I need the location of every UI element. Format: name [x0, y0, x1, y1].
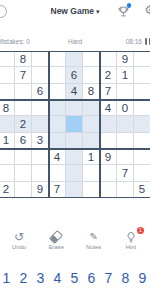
pencil-icon: ✎ [89, 231, 97, 243]
cell-r7c1[interactable] [0, 149, 15, 165]
toolbar: ↺ Undo Erase ✎ Notes Hint 1 [0, 230, 150, 250]
cell-r9c7[interactable] [100, 182, 117, 198]
numpad-1[interactable]: 1 [0, 267, 15, 289]
chevron-down-icon: ▾ [96, 8, 100, 15]
pause-icon[interactable] [145, 38, 150, 46]
cell-r8c6[interactable] [83, 165, 100, 181]
cell-r9c3[interactable]: 9 [32, 182, 49, 198]
cell-r8c7[interactable] [100, 165, 117, 181]
cell-r1c8[interactable]: 9 [117, 51, 134, 67]
cell-r6c9[interactable] [134, 133, 150, 149]
cell-r5c8[interactable] [117, 116, 134, 132]
trophy-button[interactable] [117, 4, 130, 17]
cell-r2c6[interactable] [83, 67, 100, 83]
cell-r2c8[interactable]: 1 [117, 67, 134, 83]
box-line [0, 197, 150, 198]
erase-button[interactable]: Erase [43, 230, 69, 250]
cell-r3c7[interactable]: 7 [100, 84, 117, 100]
sudoku-board: 8976216487840216341972975 [0, 51, 150, 198]
cell-r7c8[interactable] [117, 149, 134, 165]
cell-r7c9[interactable] [134, 149, 150, 165]
cell-r3c9[interactable] [134, 84, 150, 100]
undo-icon: ↺ [14, 231, 24, 243]
cell-r8c2[interactable] [15, 165, 32, 181]
status-bar: Mistakes: 0 Hard 08:16 [0, 38, 150, 48]
numpad-7[interactable]: 7 [100, 267, 117, 289]
cell-r6c5[interactable] [66, 133, 83, 149]
cell-r8c5[interactable] [66, 165, 83, 181]
cell-r5c1[interactable] [0, 116, 15, 132]
cell-r7c5[interactable] [66, 149, 83, 165]
cell-r4c4[interactable] [49, 100, 66, 116]
cell-r5c9[interactable] [134, 116, 150, 132]
cell-r9c8[interactable] [117, 182, 134, 198]
hint-button[interactable]: Hint 1 [118, 230, 144, 250]
hint-label: Hint [126, 244, 136, 250]
cell-r3c4[interactable] [49, 84, 66, 100]
cell-r9c6[interactable] [83, 182, 100, 198]
cell-r6c8[interactable] [117, 133, 134, 149]
cell-r4c9[interactable] [134, 100, 150, 116]
cell-r4c7[interactable]: 4 [100, 100, 117, 116]
cell-r6c1[interactable]: 1 [0, 133, 15, 149]
cell-r6c7[interactable] [100, 133, 117, 149]
cell-r2c3[interactable] [32, 67, 49, 83]
cell-r3c3[interactable]: 6 [32, 84, 49, 100]
cell-r4c6[interactable] [83, 100, 100, 116]
cell-r3c2[interactable] [15, 84, 32, 100]
cell-r6c6[interactable] [83, 133, 100, 149]
hint-badge: 1 [137, 227, 144, 234]
cell-r5c3[interactable] [32, 116, 49, 132]
cell-r8c9[interactable] [134, 165, 150, 181]
box-line [0, 51, 150, 52]
cell-r1c9[interactable] [134, 51, 150, 67]
numpad-6[interactable]: 6 [83, 267, 100, 289]
undo-label: Undo [12, 244, 26, 250]
cell-r9c4[interactable]: 7 [49, 182, 66, 198]
cell-r4c2[interactable] [15, 100, 32, 116]
cell-r6c2[interactable]: 6 [15, 133, 32, 149]
cell-r1c6[interactable] [83, 51, 100, 67]
notes-button[interactable]: ✎ Notes [81, 230, 107, 250]
cell-r3c6[interactable]: 8 [83, 84, 100, 100]
cell-r5c4[interactable] [49, 116, 66, 132]
box-line [0, 99, 150, 100]
cell-r8c4[interactable] [49, 165, 66, 181]
notification-badge [127, 3, 132, 8]
erase-label: Erase [49, 244, 64, 250]
cell-r9c5[interactable] [66, 182, 83, 198]
page-title: New Game [51, 6, 94, 16]
cell-r2c4[interactable] [49, 67, 66, 83]
cell-r3c5[interactable]: 4 [66, 84, 83, 100]
lightbulb-icon [125, 231, 137, 243]
cell-r1c4[interactable] [49, 51, 66, 67]
numpad-3[interactable]: 3 [32, 267, 49, 289]
cell-r9c1[interactable]: 2 [0, 182, 15, 198]
box-line [48, 51, 49, 198]
cell-r1c5[interactable] [66, 51, 83, 67]
cell-r7c7[interactable]: 9 [100, 149, 117, 165]
timer: 08:16 [126, 38, 142, 45]
cell-r1c7[interactable] [100, 51, 117, 67]
cell-r2c5[interactable]: 6 [66, 67, 83, 83]
cell-r8c1[interactable] [0, 165, 15, 181]
numpad: 123456789 [0, 267, 150, 289]
header: New Game▾ ⚙ [0, 0, 150, 26]
cell-r7c2[interactable] [15, 149, 32, 165]
box-line [99, 51, 100, 198]
cell-r8c8[interactable]: 7 [117, 165, 134, 181]
cell-r2c2[interactable]: 7 [15, 67, 32, 83]
numpad-9[interactable]: 9 [134, 267, 150, 289]
cell-r5c5[interactable] [66, 116, 83, 132]
numpad-8[interactable]: 8 [117, 267, 134, 289]
cell-r8c3[interactable] [32, 165, 49, 181]
undo-button[interactable]: ↺ Undo [6, 230, 32, 250]
cell-r7c4[interactable]: 4 [49, 149, 66, 165]
cell-r4c3[interactable] [32, 100, 49, 116]
cell-r6c3[interactable]: 3 [32, 133, 49, 149]
cell-r2c7[interactable]: 2 [100, 67, 117, 83]
numpad-4[interactable]: 4 [49, 267, 66, 289]
cell-r5c2[interactable]: 2 [15, 116, 32, 132]
numpad-5[interactable]: 5 [66, 267, 83, 289]
eraser-icon [49, 229, 63, 243]
cell-r2c1[interactable] [0, 67, 15, 83]
cell-r3c1[interactable] [0, 84, 15, 100]
cell-r1c2[interactable]: 8 [15, 51, 32, 67]
board-area: 8976216487840216341972975 [0, 51, 150, 198]
cell-r6c4[interactable] [49, 133, 66, 149]
cell-r1c1[interactable] [0, 51, 15, 67]
cell-r9c9[interactable]: 5 [134, 182, 150, 198]
box-line [0, 148, 150, 149]
numpad-2[interactable]: 2 [15, 267, 32, 289]
cell-r7c3[interactable] [32, 149, 49, 165]
cell-r1c3[interactable] [32, 51, 49, 67]
cell-r2c9[interactable] [134, 67, 150, 83]
gear-icon[interactable]: ⚙ [144, 3, 150, 17]
cell-r5c7[interactable] [100, 116, 117, 132]
cell-r7c6[interactable]: 1 [83, 149, 100, 165]
cell-r4c8[interactable]: 0 [117, 100, 134, 116]
cell-r4c5[interactable] [66, 100, 83, 116]
cell-r3c8[interactable] [117, 84, 134, 100]
cell-r9c2[interactable] [15, 182, 32, 198]
sudoku-app-screen: New Game▾ ⚙ Mistakes: 0 Hard 08:16 89762… [0, 0, 150, 300]
notes-label: Notes [86, 244, 101, 250]
cell-r4c1[interactable]: 8 [0, 100, 15, 116]
cell-r5c6[interactable] [83, 116, 100, 132]
